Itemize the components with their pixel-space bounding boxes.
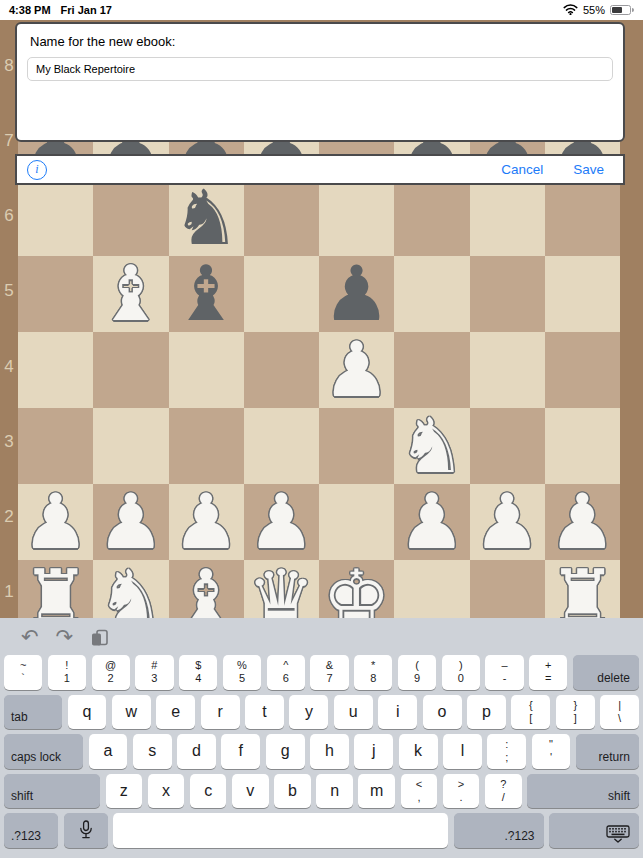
piece-white-pawn-a2[interactable]: ♟ bbox=[22, 484, 90, 560]
square-d4[interactable] bbox=[244, 332, 319, 408]
square-b3[interactable] bbox=[93, 408, 168, 484]
dialog-action-bar: i Cancel Save bbox=[15, 154, 625, 185]
key-k[interactable]: k bbox=[399, 734, 438, 769]
square-c4[interactable] bbox=[169, 332, 244, 408]
key-shift-left[interactable]: shift bbox=[4, 774, 100, 809]
key-return[interactable]: return bbox=[576, 734, 639, 769]
square-f2[interactable]: ♟ bbox=[394, 484, 469, 560]
key-y[interactable]: y bbox=[289, 695, 328, 730]
mic-icon[interactable] bbox=[64, 813, 108, 848]
key-a[interactable]: a bbox=[89, 734, 128, 769]
square-f5[interactable] bbox=[394, 256, 469, 332]
key-q[interactable]: q bbox=[68, 695, 107, 730]
square-e2[interactable] bbox=[319, 484, 394, 560]
key-equals[interactable]: += bbox=[529, 655, 567, 690]
square-h4[interactable] bbox=[545, 332, 620, 408]
key-n[interactable]: n bbox=[316, 774, 353, 809]
key-h[interactable]: h bbox=[310, 734, 349, 769]
piece-white-pawn-e4[interactable]: ♟ bbox=[323, 332, 391, 408]
rank-label-5: 5 bbox=[0, 254, 18, 329]
square-d5[interactable] bbox=[244, 256, 319, 332]
key-1[interactable]: !1 bbox=[48, 655, 86, 690]
undo-icon[interactable]: ↶ bbox=[21, 627, 39, 648]
square-h5[interactable] bbox=[545, 256, 620, 332]
paste-icon[interactable] bbox=[90, 627, 109, 648]
key-d[interactable]: d bbox=[177, 734, 216, 769]
key-l[interactable]: l bbox=[443, 734, 482, 769]
square-c2[interactable]: ♟ bbox=[169, 484, 244, 560]
piece-black-knight-c6[interactable]: ♞ bbox=[172, 180, 240, 256]
save-button[interactable]: Save bbox=[573, 162, 604, 177]
info-icon[interactable]: i bbox=[27, 160, 47, 180]
square-f6[interactable] bbox=[394, 180, 469, 256]
key-m[interactable]: m bbox=[358, 774, 395, 809]
square-h6[interactable] bbox=[545, 180, 620, 256]
key-z[interactable]: z bbox=[106, 774, 143, 809]
rank-label-4: 4 bbox=[0, 329, 18, 404]
key-bracket-right[interactable]: }] bbox=[556, 695, 595, 730]
new-ebook-dialog: Name for the new ebook: bbox=[15, 22, 625, 142]
square-g2[interactable]: ♟ bbox=[470, 484, 545, 560]
rank-label-2: 2 bbox=[0, 480, 18, 555]
square-e5[interactable]: ♟ bbox=[319, 256, 394, 332]
key-j[interactable]: j bbox=[354, 734, 393, 769]
key-w[interactable]: w bbox=[112, 695, 151, 730]
key-comma[interactable]: <, bbox=[401, 774, 438, 809]
wifi-icon bbox=[563, 4, 578, 17]
square-f4[interactable] bbox=[394, 332, 469, 408]
key-3[interactable]: #3 bbox=[135, 655, 173, 690]
square-a5[interactable] bbox=[18, 256, 93, 332]
key-delete[interactable]: delete bbox=[573, 655, 639, 690]
app-screen: 87654321 ♜♝♛♚♞♜♟♟♟♟♟♟♟♞♝♝♟♟♞♟♟♟♟♟♟♟♜♞♝♛♚… bbox=[0, 0, 643, 858]
key-space[interactable] bbox=[113, 813, 448, 848]
key-bracket-left[interactable]: {[ bbox=[511, 695, 550, 730]
square-d3[interactable] bbox=[244, 408, 319, 484]
status-date: Fri Jan 17 bbox=[61, 4, 112, 16]
key-period[interactable]: >. bbox=[443, 774, 480, 809]
square-g3[interactable] bbox=[470, 408, 545, 484]
square-h3[interactable] bbox=[545, 408, 620, 484]
piece-white-pawn-c2[interactable]: ♟ bbox=[172, 484, 240, 560]
keyboard-dismiss-icon[interactable] bbox=[549, 813, 639, 848]
square-g4[interactable] bbox=[470, 332, 545, 408]
dialog-title: Name for the new ebook: bbox=[30, 34, 610, 49]
square-g5[interactable] bbox=[470, 256, 545, 332]
key-c[interactable]: c bbox=[190, 774, 227, 809]
redo-icon[interactable]: ↷ bbox=[56, 627, 74, 648]
square-c6[interactable]: ♞ bbox=[169, 180, 244, 256]
battery-icon bbox=[610, 5, 634, 15]
square-a6[interactable] bbox=[18, 180, 93, 256]
key-v[interactable]: v bbox=[232, 774, 269, 809]
key-r[interactable]: r bbox=[201, 695, 240, 730]
square-g6[interactable] bbox=[470, 180, 545, 256]
battery-percent: 55% bbox=[583, 4, 605, 16]
key-minus[interactable]: –- bbox=[485, 655, 523, 690]
key-backslash[interactable]: |\ bbox=[600, 695, 639, 730]
onscreen-keyboard: ↶↷ ~`!1@2#3$4%5^6&7*8(9)0–-+=deletetabqw… bbox=[0, 618, 643, 858]
rank-label-3: 3 bbox=[0, 404, 18, 479]
square-h2[interactable]: ♟ bbox=[545, 484, 620, 560]
key-u[interactable]: u bbox=[334, 695, 373, 730]
key-numbers-left[interactable]: .?123 bbox=[4, 813, 58, 848]
square-c5[interactable]: ♝ bbox=[169, 256, 244, 332]
key-tab[interactable]: tab bbox=[4, 695, 62, 730]
key-9[interactable]: (9 bbox=[398, 655, 436, 690]
cancel-button[interactable]: Cancel bbox=[501, 162, 543, 177]
square-e3[interactable] bbox=[319, 408, 394, 484]
square-d6[interactable] bbox=[244, 180, 319, 256]
square-a2[interactable]: ♟ bbox=[18, 484, 93, 560]
key-s[interactable]: s bbox=[133, 734, 172, 769]
piece-white-pawn-f2[interactable]: ♟ bbox=[398, 484, 466, 560]
key-numbers-right[interactable]: .?123 bbox=[454, 813, 544, 848]
key-b[interactable]: b bbox=[274, 774, 311, 809]
piece-black-pawn-e5[interactable]: ♟ bbox=[323, 256, 391, 332]
key-4[interactable]: $4 bbox=[179, 655, 217, 690]
key-caps-lock[interactable]: caps lock bbox=[4, 734, 83, 769]
status-time: 4:38 PM bbox=[9, 4, 51, 16]
key-7[interactable]: &7 bbox=[310, 655, 348, 690]
key-apostrophe[interactable]: "' bbox=[532, 734, 571, 769]
key-x[interactable]: x bbox=[148, 774, 185, 809]
key-shift-right[interactable]: shift bbox=[527, 774, 639, 809]
key-8[interactable]: *8 bbox=[354, 655, 392, 690]
key-2[interactable]: @2 bbox=[92, 655, 130, 690]
piece-white-pawn-h2[interactable]: ♟ bbox=[548, 484, 616, 560]
piece-black-bishop-c5[interactable]: ♝ bbox=[172, 256, 240, 332]
key-5[interactable]: %5 bbox=[223, 655, 261, 690]
status-bar: 4:38 PM Fri Jan 17 55% bbox=[0, 0, 643, 20]
square-b2[interactable]: ♟ bbox=[93, 484, 168, 560]
key-i[interactable]: i bbox=[378, 695, 417, 730]
square-d2[interactable]: ♟ bbox=[244, 484, 319, 560]
key-e[interactable]: e bbox=[156, 695, 195, 730]
square-c3[interactable] bbox=[169, 408, 244, 484]
piece-white-pawn-g2[interactable]: ♟ bbox=[473, 484, 541, 560]
key-backtick[interactable]: ~` bbox=[4, 655, 42, 690]
key-slash[interactable]: ?/ bbox=[485, 774, 522, 809]
key-g[interactable]: g bbox=[266, 734, 305, 769]
piece-white-pawn-b2[interactable]: ♟ bbox=[97, 484, 165, 560]
key-semicolon[interactable]: :; bbox=[487, 734, 526, 769]
square-a3[interactable] bbox=[18, 408, 93, 484]
key-6[interactable]: ^6 bbox=[267, 655, 305, 690]
key-p[interactable]: p bbox=[467, 695, 506, 730]
square-b4[interactable] bbox=[93, 332, 168, 408]
ebook-name-input[interactable] bbox=[27, 57, 613, 81]
piece-white-bishop-b5[interactable]: ♝ bbox=[97, 256, 165, 332]
piece-white-knight-f3[interactable]: ♞ bbox=[398, 408, 466, 484]
key-o[interactable]: o bbox=[423, 695, 462, 730]
square-e6[interactable] bbox=[319, 180, 394, 256]
key-0[interactable]: )0 bbox=[442, 655, 480, 690]
square-a4[interactable] bbox=[18, 332, 93, 408]
keyboard-accessory-bar: ↶↷ bbox=[4, 624, 639, 650]
square-f3[interactable]: ♞ bbox=[394, 408, 469, 484]
rank-label-6: 6 bbox=[0, 179, 18, 254]
square-b6[interactable] bbox=[93, 180, 168, 256]
square-b5[interactable]: ♝ bbox=[93, 256, 168, 332]
key-f[interactable]: f bbox=[221, 734, 260, 769]
square-e4[interactable]: ♟ bbox=[319, 332, 394, 408]
key-t[interactable]: t bbox=[245, 695, 284, 730]
piece-white-pawn-d2[interactable]: ♟ bbox=[247, 484, 315, 560]
